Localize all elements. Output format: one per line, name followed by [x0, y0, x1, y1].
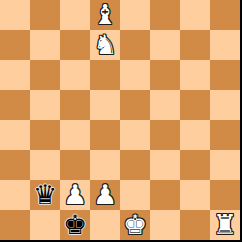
square-g4[interactable]	[180, 120, 210, 150]
square-d4[interactable]	[90, 120, 120, 150]
square-d8[interactable]: ♝	[90, 0, 120, 30]
square-f1[interactable]	[150, 210, 180, 240]
square-f4[interactable]	[150, 120, 180, 150]
square-g1[interactable]	[180, 210, 210, 240]
square-d2[interactable]: ♟	[90, 180, 120, 210]
square-h7[interactable]	[210, 30, 240, 60]
white-king-e1[interactable]: ♚	[123, 210, 147, 240]
square-d5[interactable]	[90, 90, 120, 120]
square-c7[interactable]	[60, 30, 90, 60]
square-d1[interactable]	[90, 210, 120, 240]
square-b4[interactable]	[30, 120, 60, 150]
square-d3[interactable]	[90, 150, 120, 180]
square-h8[interactable]	[210, 0, 240, 30]
square-e7[interactable]	[120, 30, 150, 60]
square-c8[interactable]	[60, 0, 90, 30]
square-a5[interactable]	[0, 90, 30, 120]
square-b5[interactable]	[30, 90, 60, 120]
square-d6[interactable]	[90, 60, 120, 90]
square-g8[interactable]	[180, 0, 210, 30]
square-b3[interactable]	[30, 150, 60, 180]
square-e3[interactable]	[120, 150, 150, 180]
black-king-c1[interactable]: ♚	[63, 210, 87, 240]
square-g6[interactable]	[180, 60, 210, 90]
square-a3[interactable]	[0, 150, 30, 180]
square-a2[interactable]	[0, 180, 30, 210]
square-b1[interactable]	[30, 210, 60, 240]
square-g2[interactable]	[180, 180, 210, 210]
square-c1[interactable]: ♚	[60, 210, 90, 240]
black-queen-b2[interactable]: ♛	[33, 180, 57, 210]
square-f7[interactable]	[150, 30, 180, 60]
square-h5[interactable]	[210, 90, 240, 120]
square-b7[interactable]	[30, 30, 60, 60]
square-c2[interactable]: ♟	[60, 180, 90, 210]
chess-board: ♝♞♛♟♟♚♚♜	[0, 0, 242, 242]
square-f6[interactable]	[150, 60, 180, 90]
square-g5[interactable]	[180, 90, 210, 120]
square-h4[interactable]	[210, 120, 240, 150]
square-a8[interactable]	[0, 0, 30, 30]
white-bishop-d8[interactable]: ♝	[93, 0, 117, 30]
square-e1[interactable]: ♚	[120, 210, 150, 240]
square-d7[interactable]: ♞	[90, 30, 120, 60]
square-g7[interactable]	[180, 30, 210, 60]
square-b8[interactable]	[30, 0, 60, 30]
square-e4[interactable]	[120, 120, 150, 150]
white-rook-h1[interactable]: ♜	[213, 210, 237, 240]
square-a7[interactable]	[0, 30, 30, 60]
square-e2[interactable]	[120, 180, 150, 210]
square-h2[interactable]	[210, 180, 240, 210]
square-h1[interactable]: ♜	[210, 210, 240, 240]
square-e8[interactable]	[120, 0, 150, 30]
square-f3[interactable]	[150, 150, 180, 180]
white-pawn-c2[interactable]: ♟	[63, 180, 87, 210]
square-g3[interactable]	[180, 150, 210, 180]
square-c6[interactable]	[60, 60, 90, 90]
square-a1[interactable]	[0, 210, 30, 240]
square-e6[interactable]	[120, 60, 150, 90]
white-knight-d7[interactable]: ♞	[93, 30, 117, 60]
square-f5[interactable]	[150, 90, 180, 120]
square-a4[interactable]	[0, 120, 30, 150]
square-c5[interactable]	[60, 90, 90, 120]
square-a6[interactable]	[0, 60, 30, 90]
square-h3[interactable]	[210, 150, 240, 180]
square-c4[interactable]	[60, 120, 90, 150]
square-f8[interactable]	[150, 0, 180, 30]
square-c3[interactable]	[60, 150, 90, 180]
square-f2[interactable]	[150, 180, 180, 210]
white-pawn-d2[interactable]: ♟	[93, 180, 117, 210]
square-b6[interactable]	[30, 60, 60, 90]
square-h6[interactable]	[210, 60, 240, 90]
square-e5[interactable]	[120, 90, 150, 120]
square-b2[interactable]: ♛	[30, 180, 60, 210]
